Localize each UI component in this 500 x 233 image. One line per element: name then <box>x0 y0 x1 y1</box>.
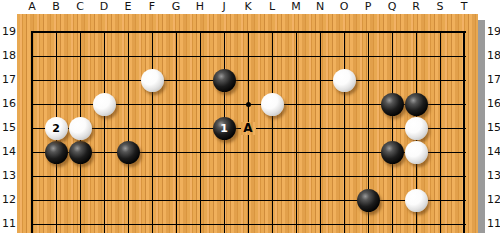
grid-line-vertical <box>463 31 465 233</box>
row-label-right-14: 14 <box>487 145 500 159</box>
grid-line-horizontal <box>31 80 466 81</box>
grid-line-vertical <box>176 31 177 233</box>
board-drop-shadow <box>478 20 485 233</box>
column-label-O: O <box>332 0 356 13</box>
row-label-left-19: 19 <box>0 25 16 39</box>
grid-line-vertical <box>296 31 297 233</box>
column-label-F: F <box>140 0 164 13</box>
grid-line-horizontal <box>31 56 466 57</box>
row-label-right-19: 19 <box>487 25 500 39</box>
white-stone-R14[interactable] <box>405 141 428 164</box>
column-label-D: D <box>92 0 116 13</box>
black-stone-P12[interactable] <box>357 189 380 212</box>
row-label-right-18: 18 <box>487 49 500 63</box>
grid-line-vertical <box>440 31 441 233</box>
column-label-R: R <box>404 0 428 13</box>
white-stone-O17[interactable] <box>333 69 356 92</box>
grid-line-vertical <box>31 31 33 233</box>
grid-line-vertical <box>320 31 321 233</box>
column-label-K: K <box>236 0 260 13</box>
black-stone-Q16[interactable] <box>381 93 404 116</box>
column-label-E: E <box>116 0 140 13</box>
column-label-H: H <box>188 0 212 13</box>
white-stone-R15[interactable] <box>405 117 428 140</box>
white-stone-L16[interactable] <box>261 93 284 116</box>
white-stone-F17[interactable] <box>141 69 164 92</box>
grid-line-horizontal <box>31 224 466 225</box>
grid-line-vertical <box>128 31 129 233</box>
column-label-Q: Q <box>380 0 404 13</box>
white-stone-D16[interactable] <box>93 93 116 116</box>
black-stone-J15[interactable]: 1 <box>213 117 236 140</box>
row-label-left-18: 18 <box>0 49 16 63</box>
row-label-left-16: 16 <box>0 97 16 111</box>
black-stone-C14[interactable] <box>69 141 92 164</box>
row-label-right-11: 11 <box>487 217 500 231</box>
goban[interactable]: A12 <box>17 14 478 233</box>
row-label-right-16: 16 <box>487 97 500 111</box>
black-stone-J17[interactable] <box>213 69 236 92</box>
grid-line-horizontal <box>31 200 466 201</box>
column-label-J: J <box>212 0 236 13</box>
column-label-P: P <box>356 0 380 13</box>
grid-line-horizontal <box>31 31 466 33</box>
grid-line-vertical <box>104 31 105 233</box>
star-point <box>246 102 251 107</box>
column-label-B: B <box>44 0 68 13</box>
row-label-right-12: 12 <box>487 193 500 207</box>
board-mark-A: A <box>241 122 256 135</box>
column-label-A: A <box>20 0 44 13</box>
column-label-S: S <box>428 0 452 13</box>
row-label-left-12: 12 <box>0 193 16 207</box>
column-label-N: N <box>308 0 332 13</box>
black-stone-E14[interactable] <box>117 141 140 164</box>
black-stone-R16[interactable] <box>405 93 428 116</box>
row-label-left-13: 13 <box>0 169 16 183</box>
column-label-M: M <box>284 0 308 13</box>
row-label-right-17: 17 <box>487 73 500 87</box>
grid-line-vertical <box>392 31 393 233</box>
white-stone-B15[interactable]: 2 <box>45 117 68 140</box>
column-label-C: C <box>68 0 92 13</box>
row-label-right-13: 13 <box>487 169 500 183</box>
go-diagram-panel: A12 ABCDEFGHJKLMNOPQRST19191818171716161… <box>0 0 500 233</box>
grid-line-vertical <box>200 31 201 233</box>
white-stone-C15[interactable] <box>69 117 92 140</box>
row-label-right-15: 15 <box>487 121 500 135</box>
column-label-L: L <box>260 0 284 13</box>
grid-line-vertical <box>344 31 345 233</box>
row-label-left-14: 14 <box>0 145 16 159</box>
row-label-left-15: 15 <box>0 121 16 135</box>
row-label-left-17: 17 <box>0 73 16 87</box>
white-stone-R12[interactable] <box>405 189 428 212</box>
column-label-T: T <box>452 0 476 13</box>
column-label-G: G <box>164 0 188 13</box>
black-stone-Q14[interactable] <box>381 141 404 164</box>
grid-line-horizontal <box>31 176 466 177</box>
black-stone-B14[interactable] <box>45 141 68 164</box>
row-label-left-11: 11 <box>0 217 16 231</box>
grid-line-vertical <box>152 31 153 233</box>
grid-line-vertical <box>272 31 273 233</box>
